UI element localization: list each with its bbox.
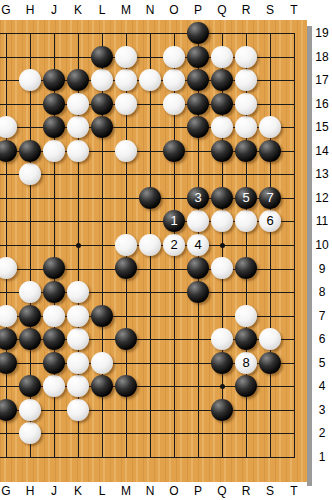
stone-black-S5 <box>259 352 281 374</box>
row-label: 12 <box>312 190 332 206</box>
stone-black-move-5-R12: 5 <box>235 187 257 209</box>
column-label: L <box>90 3 114 17</box>
column-label: M <box>114 3 138 17</box>
stone-black-H14 <box>19 140 41 162</box>
stone-black-J15 <box>43 116 65 138</box>
stone-black-L4 <box>91 375 113 397</box>
row-label: 14 <box>312 143 332 159</box>
stone-white-K6 <box>67 328 89 350</box>
row-label: 11 <box>312 213 332 229</box>
stone-black-R4 <box>235 375 257 397</box>
stone-white-L17 <box>91 69 113 91</box>
row-label: 2 <box>312 425 332 441</box>
stone-white-K5 <box>67 352 89 374</box>
stone-white-M16 <box>115 93 137 115</box>
stone-black-P17 <box>187 69 209 91</box>
column-label: Q <box>210 484 234 498</box>
stone-white-O17 <box>163 69 185 91</box>
column-label: L <box>90 484 114 498</box>
stone-black-H6 <box>19 328 41 350</box>
stone-white-Q18 <box>211 46 233 68</box>
stone-black-Q14 <box>211 140 233 162</box>
column-label: O <box>162 484 186 498</box>
stone-white-R17 <box>235 69 257 91</box>
column-label: S <box>258 3 282 17</box>
stone-black-L16 <box>91 93 113 115</box>
stone-black-O14 <box>163 140 185 162</box>
row-label: 10 <box>312 237 332 253</box>
stone-white-P11 <box>187 210 209 232</box>
column-label: T <box>282 3 306 17</box>
stone-white-K3 <box>67 399 89 421</box>
stone-black-G14 <box>0 140 17 162</box>
stone-white-G9 <box>0 257 17 279</box>
column-label: N <box>138 484 162 498</box>
stone-white-R7 <box>235 305 257 327</box>
row-label: 16 <box>312 96 332 112</box>
stone-white-J4 <box>43 375 65 397</box>
stone-white-R15 <box>235 116 257 138</box>
stone-white-K14 <box>67 140 89 162</box>
stone-white-G7 <box>0 305 17 327</box>
stone-black-J6 <box>43 328 65 350</box>
stone-black-L18 <box>91 46 113 68</box>
row-label: 3 <box>312 402 332 418</box>
stone-white-L5 <box>91 352 113 374</box>
go-diagram: GHJKLMNOPQRST 82416357 19181716151413121… <box>0 0 332 500</box>
stone-black-L15 <box>91 116 113 138</box>
column-label: O <box>162 3 186 17</box>
stone-black-P8 <box>187 281 209 303</box>
stone-black-H7 <box>19 305 41 327</box>
column-label: N <box>138 3 162 17</box>
stone-white-O16 <box>163 93 185 115</box>
stone-white-K15 <box>67 116 89 138</box>
row-label: 17 <box>312 72 332 88</box>
stone-black-M9 <box>115 257 137 279</box>
stone-black-J17 <box>43 69 65 91</box>
column-label: R <box>234 3 258 17</box>
stone-black-J9 <box>43 257 65 279</box>
stone-black-R9 <box>235 257 257 279</box>
go-board[interactable]: 82416357 <box>0 20 307 483</box>
stone-white-M10 <box>115 234 137 256</box>
column-label: G <box>0 3 18 17</box>
stone-white-K4 <box>67 375 89 397</box>
stone-black-J16 <box>43 93 65 115</box>
stone-black-move-3-P12: 3 <box>187 187 209 209</box>
stone-white-G15 <box>0 116 17 138</box>
stone-black-Q3 <box>211 399 233 421</box>
stone-black-G3 <box>0 399 17 421</box>
row-label: 1 <box>312 449 332 465</box>
row-label: 18 <box>312 49 332 65</box>
row-label: 8 <box>312 284 332 300</box>
stone-black-Q16 <box>211 93 233 115</box>
stone-black-M6 <box>115 328 137 350</box>
stone-black-move-7-S12: 7 <box>259 187 281 209</box>
row-label: 6 <box>312 331 332 347</box>
stone-white-move-2-O10: 2 <box>163 234 185 256</box>
stone-white-Q11 <box>211 210 233 232</box>
stone-white-S15 <box>259 116 281 138</box>
stone-white-M17 <box>115 69 137 91</box>
stone-black-P18 <box>187 46 209 68</box>
stone-black-P19 <box>187 22 209 44</box>
stone-black-J5 <box>43 352 65 374</box>
stone-white-S6 <box>259 328 281 350</box>
stone-white-H17 <box>19 69 41 91</box>
stone-black-R14 <box>235 140 257 162</box>
row-numbers: 19181716151413121110987654321 <box>312 20 332 482</box>
column-label: R <box>234 484 258 498</box>
row-label: 9 <box>312 261 332 277</box>
stone-black-G6 <box>0 328 17 350</box>
row-label: 4 <box>312 378 332 394</box>
stone-white-Q9 <box>211 257 233 279</box>
column-label: S <box>258 484 282 498</box>
stone-black-M4 <box>115 375 137 397</box>
top-coordinates: GHJKLMNOPQRST <box>0 0 307 20</box>
stone-white-R11 <box>235 210 257 232</box>
stone-white-H8 <box>19 281 41 303</box>
stone-white-K7 <box>67 305 89 327</box>
stone-white-O18 <box>163 46 185 68</box>
stone-white-K16 <box>67 93 89 115</box>
column-label: H <box>18 484 42 498</box>
stone-black-P16 <box>187 93 209 115</box>
stone-white-H2 <box>19 422 41 444</box>
column-label: H <box>18 3 42 17</box>
column-label: J <box>42 484 66 498</box>
stone-white-R18 <box>235 46 257 68</box>
stone-white-move-6-S11: 6 <box>259 210 281 232</box>
stone-black-Q17 <box>211 69 233 91</box>
stone-white-H13 <box>19 163 41 185</box>
column-label: P <box>186 484 210 498</box>
stone-white-J7 <box>43 305 65 327</box>
stone-white-R16 <box>235 93 257 115</box>
column-label: G <box>0 484 18 498</box>
row-label: 19 <box>312 25 332 41</box>
stone-white-Q15 <box>211 116 233 138</box>
stone-black-R6 <box>235 328 257 350</box>
stone-white-Q6 <box>211 328 233 350</box>
stones-layer: 82416357 <box>0 21 306 468</box>
stone-black-N12 <box>139 187 161 209</box>
stone-white-M18 <box>115 46 137 68</box>
column-label: M <box>114 484 138 498</box>
bottom-coordinates: GHJKLMNOPQRST <box>0 482 307 500</box>
stone-black-S14 <box>259 140 281 162</box>
stone-black-L7 <box>91 305 113 327</box>
stone-black-Q5 <box>211 352 233 374</box>
stone-black-P15 <box>187 116 209 138</box>
stone-black-K17 <box>67 69 89 91</box>
stone-white-M14 <box>115 140 137 162</box>
column-label: K <box>66 3 90 17</box>
stone-white-N17 <box>139 69 161 91</box>
stone-black-H4 <box>19 375 41 397</box>
column-label: Q <box>210 3 234 17</box>
stone-black-G5 <box>0 352 17 374</box>
row-label: 5 <box>312 355 332 371</box>
stone-white-H3 <box>19 399 41 421</box>
row-label: 15 <box>312 119 332 135</box>
column-label: J <box>42 3 66 17</box>
row-label: 7 <box>312 308 332 324</box>
stone-white-N10 <box>139 234 161 256</box>
stone-black-Q12 <box>211 187 233 209</box>
stone-white-move-8-R5: 8 <box>235 352 257 374</box>
column-label: P <box>186 3 210 17</box>
column-label: T <box>282 484 306 498</box>
stone-black-P9 <box>187 257 209 279</box>
stone-white-J14 <box>43 140 65 162</box>
row-label: 13 <box>312 166 332 182</box>
column-label: K <box>66 484 90 498</box>
stone-white-K8 <box>67 281 89 303</box>
stone-white-move-4-P10: 4 <box>187 234 209 256</box>
stone-black-move-1-O11: 1 <box>163 210 185 232</box>
stone-black-J8 <box>43 281 65 303</box>
